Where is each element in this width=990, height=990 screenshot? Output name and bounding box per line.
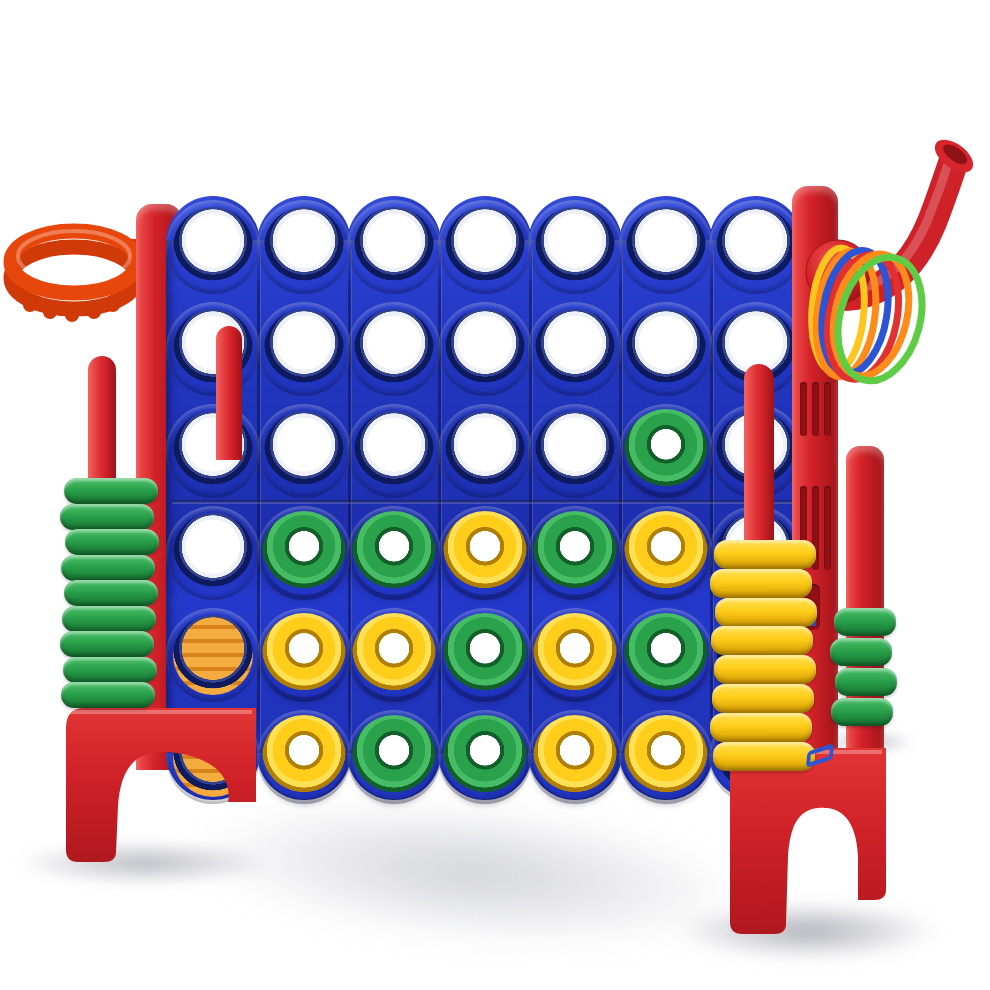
toss-ring-y: [711, 626, 813, 655]
toss-ring-g: [60, 504, 154, 530]
product-photo-stage: [0, 0, 990, 990]
toss-ring-g: [64, 478, 158, 504]
green-ring-stack-rear-right: [830, 608, 900, 736]
toss-ring-g: [61, 682, 155, 708]
left-leg: [66, 708, 256, 862]
toss-ring-g: [62, 606, 156, 632]
toss-ring-y: [713, 742, 815, 771]
toss-ring-g: [60, 631, 154, 657]
toss-ring-g: [61, 555, 155, 581]
toss-ring-g: [63, 657, 157, 683]
toss-ring-y: [714, 540, 816, 569]
toss-ring-y: [714, 655, 816, 684]
toss-ring-y: [710, 713, 812, 742]
toss-ring-g: [65, 529, 159, 555]
toss-ring-g: [834, 608, 896, 636]
toss-ring-g: [835, 668, 897, 696]
toss-ring-y: [715, 598, 817, 627]
toss-ring-y: [712, 684, 814, 713]
toss-ring-g: [64, 580, 158, 606]
green-ring-stack-left: [60, 478, 162, 716]
toss-ring-g: [830, 638, 892, 666]
toss-ring-y: [710, 569, 812, 598]
toss-ring-g: [831, 698, 893, 726]
yellow-ring-stack-right: [710, 540, 820, 778]
